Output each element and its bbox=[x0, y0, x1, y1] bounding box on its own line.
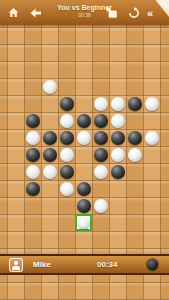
black-stone bbox=[111, 131, 125, 145]
board-cell[interactable] bbox=[126, 112, 143, 129]
white-stone bbox=[60, 114, 74, 128]
board-cell[interactable] bbox=[24, 129, 41, 146]
board-cell[interactable] bbox=[126, 78, 143, 95]
board-cell[interactable] bbox=[58, 214, 75, 231]
black-stone bbox=[77, 199, 91, 213]
board-cell[interactable] bbox=[7, 146, 24, 163]
black-stone bbox=[43, 131, 57, 145]
white-stone bbox=[94, 97, 108, 111]
back-arrow-icon bbox=[30, 8, 42, 18]
board-cell[interactable] bbox=[143, 163, 160, 180]
board-cell[interactable] bbox=[58, 163, 75, 180]
board-cell[interactable] bbox=[41, 231, 58, 248]
board-cell[interactable] bbox=[109, 61, 126, 78]
player-name: Mike bbox=[33, 256, 51, 273]
white-stone bbox=[60, 148, 74, 162]
board-cell[interactable] bbox=[58, 112, 75, 129]
board-cell[interactable] bbox=[41, 61, 58, 78]
board-cell[interactable] bbox=[143, 146, 160, 163]
white-stone bbox=[78, 217, 90, 229]
board-cell[interactable] bbox=[75, 95, 92, 112]
board-cell[interactable] bbox=[92, 95, 109, 112]
board-cell[interactable] bbox=[126, 163, 143, 180]
board-cell[interactable] bbox=[75, 78, 92, 95]
black-stone bbox=[77, 182, 91, 196]
board-cell[interactable] bbox=[7, 95, 24, 112]
white-stone bbox=[145, 97, 159, 111]
board-cell[interactable] bbox=[41, 112, 58, 129]
white-stone bbox=[60, 182, 74, 196]
board-cell[interactable] bbox=[109, 27, 126, 44]
board-cell[interactable] bbox=[7, 44, 24, 61]
black-stone bbox=[94, 148, 108, 162]
board-cell[interactable] bbox=[58, 129, 75, 146]
top-bar: You vs Beginner 00:36 « bbox=[0, 0, 169, 25]
board-cell[interactable] bbox=[7, 27, 24, 44]
board-cell[interactable] bbox=[109, 146, 126, 163]
black-stone bbox=[60, 97, 74, 111]
board-cell[interactable] bbox=[109, 231, 126, 248]
home-icon bbox=[8, 7, 19, 18]
board-cell[interactable] bbox=[24, 231, 41, 248]
back-button[interactable] bbox=[29, 0, 43, 25]
board-cell[interactable] bbox=[109, 95, 126, 112]
board-cell[interactable] bbox=[58, 146, 75, 163]
black-stone bbox=[60, 131, 74, 145]
black-stone bbox=[26, 148, 40, 162]
player-avatar-icon bbox=[9, 258, 23, 272]
board-cell[interactable] bbox=[24, 146, 41, 163]
board-cell[interactable] bbox=[75, 129, 92, 146]
board-cell[interactable] bbox=[41, 214, 58, 231]
white-stone bbox=[26, 165, 40, 179]
board-cell[interactable] bbox=[24, 112, 41, 129]
black-stone bbox=[43, 148, 57, 162]
board-cell[interactable] bbox=[7, 214, 24, 231]
board-cell[interactable] bbox=[126, 214, 143, 231]
board-cell[interactable] bbox=[7, 163, 24, 180]
board-cell[interactable] bbox=[41, 44, 58, 61]
board-cell[interactable] bbox=[143, 231, 160, 248]
board-cell[interactable] bbox=[143, 214, 160, 231]
board-cell[interactable] bbox=[126, 129, 143, 146]
board-cell[interactable] bbox=[92, 44, 109, 61]
board-cell[interactable] bbox=[92, 78, 109, 95]
board-cell[interactable] bbox=[58, 44, 75, 61]
white-stone bbox=[26, 131, 40, 145]
board-cell[interactable] bbox=[24, 197, 41, 214]
restart-icon bbox=[128, 7, 140, 19]
board-cell[interactable] bbox=[126, 180, 143, 197]
board-cell[interactable] bbox=[92, 112, 109, 129]
board-cell[interactable] bbox=[126, 44, 143, 61]
board-cell[interactable] bbox=[7, 231, 24, 248]
black-stone bbox=[128, 131, 142, 145]
board-cell[interactable] bbox=[41, 163, 58, 180]
white-stone bbox=[43, 80, 57, 94]
last-move-cell[interactable] bbox=[75, 214, 92, 231]
white-stone bbox=[77, 131, 91, 145]
board-cell[interactable] bbox=[143, 95, 160, 112]
board-cell[interactable] bbox=[109, 78, 126, 95]
board-cell[interactable] bbox=[24, 180, 41, 197]
white-stone bbox=[145, 131, 159, 145]
board-cell[interactable] bbox=[109, 180, 126, 197]
board-cell[interactable] bbox=[7, 78, 24, 95]
restart-button[interactable] bbox=[127, 0, 141, 25]
board-cell[interactable] bbox=[109, 163, 126, 180]
black-stone bbox=[94, 114, 108, 128]
board-cell[interactable] bbox=[109, 112, 126, 129]
board-cell[interactable] bbox=[75, 146, 92, 163]
board-cell[interactable] bbox=[24, 95, 41, 112]
white-stone bbox=[43, 165, 57, 179]
board-cell[interactable] bbox=[92, 61, 109, 78]
white-stone bbox=[128, 148, 142, 162]
board-cell[interactable] bbox=[75, 44, 92, 61]
board-cell[interactable] bbox=[24, 27, 41, 44]
board-cell[interactable] bbox=[92, 27, 109, 44]
black-stone bbox=[128, 97, 142, 111]
board-cell[interactable] bbox=[75, 231, 92, 248]
board-cell[interactable] bbox=[41, 180, 58, 197]
board-cell[interactable] bbox=[7, 180, 24, 197]
black-stone bbox=[60, 165, 74, 179]
board-cell[interactable] bbox=[75, 112, 92, 129]
board-cell[interactable] bbox=[143, 61, 160, 78]
board-cell[interactable] bbox=[143, 78, 160, 95]
board-cell[interactable] bbox=[24, 214, 41, 231]
board-cell[interactable] bbox=[75, 163, 92, 180]
board-cell[interactable] bbox=[92, 146, 109, 163]
board-cell[interactable] bbox=[126, 231, 143, 248]
board-cell[interactable] bbox=[126, 27, 143, 44]
board-cell[interactable] bbox=[143, 112, 160, 129]
black-stone bbox=[77, 114, 91, 128]
black-stone bbox=[111, 165, 125, 179]
board-cell[interactable] bbox=[75, 180, 92, 197]
board-cell[interactable] bbox=[41, 27, 58, 44]
board-cell[interactable] bbox=[109, 129, 126, 146]
board-cell[interactable] bbox=[58, 78, 75, 95]
board-cell[interactable] bbox=[92, 231, 109, 248]
board-cell[interactable] bbox=[92, 214, 109, 231]
board-cell[interactable] bbox=[143, 27, 160, 44]
board-cell[interactable] bbox=[41, 146, 58, 163]
board-cell[interactable] bbox=[7, 61, 24, 78]
board-cell[interactable] bbox=[41, 78, 58, 95]
board-cell[interactable] bbox=[126, 197, 143, 214]
gomoku-app-screen: You vs Beginner 00:36 « bbox=[0, 0, 169, 300]
board-cell[interactable] bbox=[75, 61, 92, 78]
board-cell[interactable] bbox=[75, 197, 92, 214]
white-stone bbox=[111, 148, 125, 162]
board-cell[interactable] bbox=[143, 197, 160, 214]
board-cell[interactable] bbox=[24, 78, 41, 95]
board-cell[interactable] bbox=[143, 180, 160, 197]
black-stone bbox=[26, 114, 40, 128]
player-clock: 00:34 bbox=[97, 256, 117, 273]
board-cell[interactable] bbox=[92, 197, 109, 214]
white-stone bbox=[94, 199, 108, 213]
board-cell[interactable] bbox=[109, 197, 126, 214]
board-cell[interactable] bbox=[7, 112, 24, 129]
board-cell[interactable] bbox=[41, 95, 58, 112]
board-cell[interactable] bbox=[92, 180, 109, 197]
home-button[interactable] bbox=[6, 0, 20, 25]
board-cell[interactable] bbox=[143, 44, 160, 61]
board-cell[interactable] bbox=[75, 27, 92, 44]
board-cell[interactable] bbox=[126, 95, 143, 112]
board-cell[interactable] bbox=[7, 129, 24, 146]
board-cell[interactable] bbox=[24, 61, 41, 78]
white-stone bbox=[111, 97, 125, 111]
board-cell[interactable] bbox=[41, 129, 58, 146]
board-cell[interactable] bbox=[126, 61, 143, 78]
board-cell[interactable] bbox=[41, 197, 58, 214]
black-stone bbox=[26, 182, 40, 196]
board-cell[interactable] bbox=[143, 129, 160, 146]
board-grid bbox=[7, 27, 160, 248]
black-stone-turn-indicator bbox=[147, 259, 158, 270]
collapse-chevrons-icon: « bbox=[147, 7, 153, 19]
board-cell[interactable] bbox=[24, 44, 41, 61]
board-cell[interactable] bbox=[109, 44, 126, 61]
board-cell[interactable] bbox=[58, 231, 75, 248]
page-curl-icon[interactable] bbox=[154, 0, 169, 19]
white-stone bbox=[94, 165, 108, 179]
player-bar: Mike 00:34 bbox=[0, 254, 169, 275]
share-button[interactable] bbox=[105, 0, 119, 25]
board-cell[interactable] bbox=[58, 197, 75, 214]
board-cell[interactable] bbox=[58, 61, 75, 78]
board-cell[interactable] bbox=[24, 163, 41, 180]
share-icon bbox=[106, 7, 118, 19]
board-cell[interactable] bbox=[92, 129, 109, 146]
white-stone bbox=[111, 114, 125, 128]
board-cell[interactable] bbox=[92, 163, 109, 180]
board-cell[interactable] bbox=[109, 214, 126, 231]
board-cell[interactable] bbox=[58, 95, 75, 112]
board-cell[interactable] bbox=[7, 197, 24, 214]
black-stone bbox=[94, 131, 108, 145]
collapse-button[interactable]: « bbox=[144, 0, 156, 27]
board-cell[interactable] bbox=[58, 180, 75, 197]
board-cell[interactable] bbox=[126, 146, 143, 163]
board-cell[interactable] bbox=[58, 27, 75, 44]
